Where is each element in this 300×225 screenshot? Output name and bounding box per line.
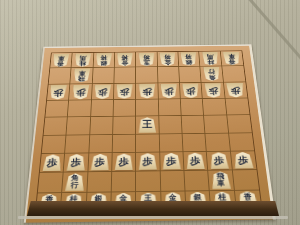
piece-kanji: 歩 [214, 156, 225, 166]
piece-kanji: 将 [122, 54, 129, 59]
square-7g: 歩 [88, 153, 113, 172]
piece-silver: 銀将 [95, 53, 112, 67]
piece-kanji: 将 [100, 54, 107, 59]
square-5e: 王 [136, 116, 159, 134]
square-7e [90, 117, 114, 135]
square-6f [113, 134, 137, 153]
piece-kanji: 桂 [207, 59, 214, 65]
piece-kanji: 将 [185, 53, 192, 58]
square-8a: 桂馬 [72, 53, 94, 68]
piece-lance: 香車 [223, 52, 241, 66]
board-grid: 香車桂馬銀将金将玉将金将銀将桂馬香車飛車角行歩歩歩歩歩歩歩歩歩王歩歩歩歩歩歩歩歩… [35, 50, 263, 214]
piece-kanji: 歩 [47, 158, 58, 168]
piece-kanji: 歩 [143, 156, 153, 166]
square-4d [158, 99, 181, 116]
piece-pawn: 歩 [66, 154, 85, 171]
piece-kanji: 歩 [53, 88, 63, 97]
piece-kanji: 行 [71, 182, 79, 189]
square-5f [136, 134, 160, 153]
square-4g: 歩 [160, 152, 185, 171]
square-8c: 歩 [69, 84, 92, 101]
piece-kanji: 銀 [100, 60, 107, 66]
square-4a: 金将 [157, 52, 179, 67]
piece-king-extra: 王 [138, 117, 156, 133]
shogi-photo-scene: 香車桂馬銀将金将玉将金将銀将桂馬香車飛車角行歩歩歩歩歩歩歩歩歩王歩歩歩歩歩歩歩歩… [0, 0, 300, 225]
square-7h [87, 172, 112, 192]
square-1d [225, 98, 249, 115]
piece-kanji: 歩 [166, 156, 177, 166]
square-9a: 香車 [50, 53, 73, 68]
square-3b [179, 67, 202, 83]
square-6g: 歩 [112, 153, 136, 172]
piece-kanji: 香 [57, 60, 64, 66]
piece-kanji: 歩 [119, 157, 129, 167]
piece-rook: 飛車 [211, 171, 231, 189]
square-9h [38, 173, 64, 193]
piece-kanji: 角 [208, 74, 215, 80]
piece-pawn: 歩 [204, 83, 222, 98]
square-9c: 歩 [47, 84, 71, 101]
piece-knight: 桂馬 [74, 53, 91, 67]
piece-lance: 香車 [52, 54, 70, 68]
square-6b [114, 68, 136, 84]
piece-kanji: 歩 [208, 86, 218, 95]
square-1h [233, 170, 260, 190]
piece-kanji: 車 [228, 53, 235, 58]
square-2a: 桂馬 [199, 51, 222, 66]
square-4e [159, 116, 183, 134]
square-8g: 歩 [64, 153, 89, 172]
piece-kanji: 金 [164, 59, 171, 65]
square-3g: 歩 [183, 152, 208, 171]
piece-pawn: 歩 [160, 83, 177, 98]
piece-pawn: 歩 [209, 152, 229, 169]
square-2g: 歩 [207, 152, 232, 171]
piece-pawn: 歩 [72, 84, 90, 99]
square-9g: 歩 [40, 154, 66, 173]
square-3d [181, 99, 205, 116]
piece-kanji: 車 [58, 55, 65, 61]
piece-kanji: 歩 [230, 85, 241, 94]
piece-gold: 金将 [159, 52, 176, 66]
shogi-board: 香車桂馬銀将金将玉将金将銀将桂馬香車飛車角行歩歩歩歩歩歩歩歩歩王歩歩歩歩歩歩歩歩… [24, 44, 276, 222]
piece-kanji: 歩 [142, 86, 152, 95]
square-5d [136, 99, 159, 116]
board-front-edge [27, 201, 279, 216]
square-3a: 銀将 [178, 52, 200, 67]
square-2f [206, 133, 231, 152]
piece-pawn: 歩 [116, 84, 133, 99]
square-7f [89, 135, 113, 154]
piece-pawn: 歩 [115, 154, 134, 171]
square-4b [158, 67, 180, 83]
square-9b [49, 68, 72, 84]
square-8f [65, 135, 90, 154]
square-2c: 歩 [202, 82, 225, 99]
piece-bishop: 角行 [65, 173, 85, 191]
piece-kanji: 香 [228, 58, 235, 64]
piece-kanji: 歩 [190, 156, 201, 166]
square-9e [44, 118, 69, 136]
piece-kanji: 行 [208, 68, 215, 74]
square-5h [136, 172, 161, 192]
piece-kanji: 歩 [95, 157, 106, 167]
square-6h [112, 172, 137, 192]
piece-king: 玉将 [138, 53, 155, 67]
piece-kanji: 桂 [79, 60, 86, 66]
piece-kanji: 歩 [238, 155, 249, 165]
square-8d [68, 100, 92, 117]
square-7d [91, 100, 114, 117]
piece-kanji: 馬 [206, 53, 213, 58]
piece-kanji: 歩 [186, 86, 196, 95]
square-4f [159, 134, 183, 153]
square-3c: 歩 [180, 83, 203, 100]
square-7c: 歩 [92, 84, 115, 101]
square-4c: 歩 [158, 83, 181, 100]
square-6c: 歩 [114, 83, 136, 100]
piece-kanji: 車 [217, 180, 225, 187]
square-6d [114, 100, 137, 117]
piece-pawn: 歩 [138, 84, 155, 99]
piece-bishop: 角行 [203, 67, 221, 81]
square-2e [204, 116, 228, 134]
square-6e [113, 117, 136, 135]
piece-gold: 金将 [117, 53, 134, 67]
piece-pawn: 歩 [49, 85, 67, 100]
square-9f [42, 135, 67, 154]
piece-pawn: 歩 [139, 153, 158, 170]
piece-kanji: 玉 [143, 59, 150, 65]
square-3f [183, 133, 208, 152]
piece-kanji: 将 [164, 54, 171, 59]
square-8h: 角行 [62, 172, 88, 192]
square-8b: 飛車 [71, 68, 94, 84]
piece-kanji: 歩 [98, 87, 108, 96]
piece-kanji: 歩 [164, 86, 174, 95]
square-8e [67, 117, 91, 135]
piece-kanji: 歩 [75, 87, 85, 96]
piece-rook: 飛車 [73, 69, 91, 83]
piece-pawn: 歩 [186, 153, 205, 170]
piece-pawn: 歩 [233, 152, 254, 169]
square-4h [160, 171, 185, 191]
square-3h [184, 171, 210, 191]
piece-kanji: 歩 [71, 157, 82, 167]
piece-kanji: 飛 [78, 76, 85, 82]
piece-kanji: 将 [143, 54, 150, 59]
square-5c: 歩 [136, 83, 158, 100]
square-5g: 歩 [136, 152, 160, 171]
square-6a: 金将 [115, 52, 136, 67]
piece-silver: 銀将 [180, 52, 197, 66]
piece-knight: 桂馬 [201, 52, 218, 66]
square-2h: 飛車 [209, 171, 235, 191]
square-1b [222, 66, 245, 82]
square-5a: 玉将 [136, 52, 157, 67]
square-1a: 香車 [220, 51, 243, 66]
piece-kanji: 銀 [186, 59, 193, 65]
piece-kanji: 王 [142, 120, 152, 130]
square-1c: 歩 [224, 82, 248, 99]
square-2b: 角行 [201, 67, 224, 83]
square-1g: 歩 [231, 151, 257, 170]
square-1f [229, 133, 254, 152]
square-3e [182, 116, 206, 134]
piece-pawn: 歩 [226, 83, 245, 98]
piece-kanji: 歩 [120, 87, 130, 96]
square-7a: 銀将 [93, 53, 115, 68]
piece-pawn: 歩 [94, 84, 112, 99]
square-1e [227, 115, 252, 133]
square-9d [45, 100, 69, 117]
board-perspective-wrap: 香車桂馬銀将金将玉将金将銀将桂馬香車飛車角行歩歩歩歩歩歩歩歩歩王歩歩歩歩歩歩歩歩… [24, 44, 276, 222]
piece-pawn: 歩 [42, 154, 62, 171]
piece-kanji: 金 [122, 60, 129, 66]
square-2d [203, 99, 227, 116]
piece-pawn: 歩 [162, 153, 181, 170]
piece-kanji: 馬 [79, 55, 86, 60]
piece-kanji: 車 [78, 70, 85, 76]
square-7b [92, 68, 114, 84]
board-base-highlight [18, 216, 288, 219]
piece-pawn: 歩 [90, 154, 109, 171]
piece-pawn: 歩 [182, 83, 200, 98]
square-5b [136, 67, 158, 83]
